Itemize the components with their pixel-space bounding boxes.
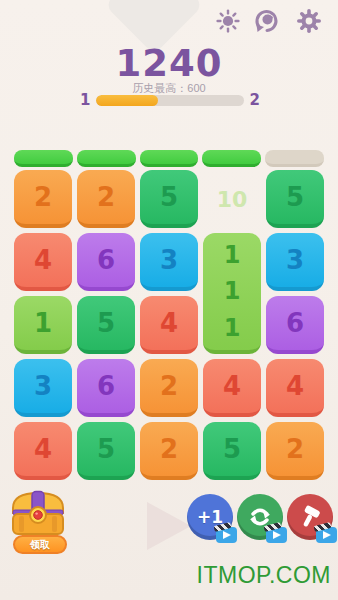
column-sum-hint: 10 [203,170,261,228]
video-ad-badge [216,527,237,543]
progress-segment-filled [140,150,199,167]
level-progress-track [96,95,243,106]
progress-segment-filled [77,150,136,167]
tile-r5c5-value-2[interactable]: 2 [266,422,324,480]
claim-button[interactable]: 领取 [13,535,67,554]
game-screen: 1240 历史最高：600 1 2 2255463315463624445252… [0,0,338,600]
treasure-chest-icon [8,486,68,538]
tile-r2c2-value-6[interactable]: 6 [77,233,135,291]
hammer-remove-button[interactable] [287,494,333,540]
tile-r5c1-value-4[interactable]: 4 [14,422,72,480]
stack-tile-value-1: 1 [224,316,241,340]
tile-r2c1-value-4[interactable]: 4 [14,233,72,291]
stack-tile-value-1: 1 [224,279,241,303]
tile-r2c3-value-3[interactable]: 3 [140,233,198,291]
score-value: 1240 [0,42,338,85]
video-ad-badge [316,527,337,543]
reward-chest-button[interactable]: 领取 [8,486,72,556]
falling-tile-stack[interactable]: 111 [203,233,261,354]
tile-r3c3-value-4[interactable]: 4 [140,296,198,354]
progress-segment-filled [202,150,261,167]
tile-r1c2-value-2[interactable]: 2 [77,170,135,228]
stack-tile-value-1: 1 [224,243,241,267]
column-progress-segments [14,150,324,167]
level-current-label: 1 [80,91,90,109]
tile-r4c4-value-4[interactable]: 4 [203,359,261,417]
progress-segment-empty [265,150,324,167]
tile-r5c2-value-5[interactable]: 5 [77,422,135,480]
tile-r3c1-value-1[interactable]: 1 [14,296,72,354]
add-one-tile-button[interactable]: +1 [187,494,233,540]
tile-r1c3-value-5[interactable]: 5 [140,170,198,228]
tile-r4c2-value-6[interactable]: 6 [77,359,135,417]
tile-r5c4-value-5[interactable]: 5 [203,422,261,480]
settings-gear-icon[interactable] [295,7,323,35]
tile-r4c1-value-3[interactable]: 3 [14,359,72,417]
tile-r3c2-value-5[interactable]: 5 [77,296,135,354]
tile-r3c5-value-6[interactable]: 6 [266,296,324,354]
play-triangle-watermark [147,502,191,550]
tile-r4c3-value-2[interactable]: 2 [140,359,198,417]
character-restart-icon[interactable] [253,7,281,35]
tile-r2c5-value-3[interactable]: 3 [266,233,324,291]
tile-r5c3-value-2[interactable]: 2 [140,422,198,480]
site-watermark: ITMOP.COM [197,562,331,589]
video-ad-badge [266,527,287,543]
game-board: 225546331546362444525211110 [14,170,324,480]
brightness-icon[interactable] [216,9,240,33]
footer-bar: 领取 +1 [0,484,338,560]
tile-r1c1-value-2[interactable]: 2 [14,170,72,228]
level-progress: 1 2 [80,92,260,108]
level-next-label: 2 [250,91,260,109]
tile-r4c5-value-4[interactable]: 4 [266,359,324,417]
level-progress-fill [96,95,158,106]
tile-r1c5-value-5[interactable]: 5 [266,170,324,228]
swap-tiles-button[interactable] [237,494,283,540]
progress-segment-filled [14,150,73,167]
